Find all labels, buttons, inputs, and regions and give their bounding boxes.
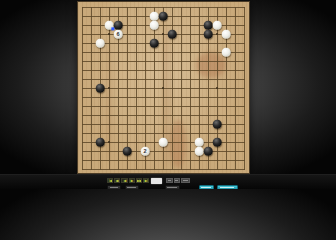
stone-black <box>204 21 213 30</box>
stone-white <box>195 147 204 156</box>
stone-white <box>150 21 159 30</box>
toolbar-chip-1[interactable] <box>166 178 173 183</box>
bar-button-3[interactable] <box>165 185 180 190</box>
bar-button-1[interactable] <box>107 185 121 190</box>
move-number-label: 2 <box>141 147 150 156</box>
bar-button-2[interactable] <box>125 185 139 190</box>
stone-white <box>159 138 168 147</box>
stone-white: 2 <box>141 147 150 156</box>
nav-first-button[interactable]: |◀ <box>107 178 113 183</box>
toolbar-chip-3[interactable] <box>181 178 190 183</box>
stone-white: 6 <box>114 30 123 39</box>
stone-white <box>222 30 231 39</box>
active-move-box[interactable] <box>151 178 162 184</box>
go-board[interactable]: 62 <box>77 1 250 174</box>
stone-black <box>123 147 132 156</box>
stone-black <box>168 30 177 39</box>
nav-last-button[interactable]: ▶| <box>143 178 149 183</box>
stone-white <box>213 21 222 30</box>
nav-forward-10-button[interactable]: ▶▶ <box>136 178 142 183</box>
move-number-label: 6 <box>114 30 123 39</box>
stone-black <box>150 39 159 48</box>
stone-black <box>96 84 105 93</box>
nav-back-10-button[interactable]: ◀◀ <box>114 178 120 183</box>
teal-button-1[interactable] <box>199 185 214 190</box>
stone-black <box>213 138 222 147</box>
stone-black <box>204 147 213 156</box>
stone-black <box>114 21 123 30</box>
teal-button-2[interactable] <box>217 185 238 190</box>
stone-black <box>96 138 105 147</box>
stone-white <box>195 138 204 147</box>
stone-black <box>204 30 213 39</box>
control-bar: |◀◀◀◀▶▶▶▶| <box>0 174 336 189</box>
stone-white <box>96 39 105 48</box>
stone-white <box>222 48 231 57</box>
stone-black <box>159 12 168 21</box>
nav-back-button[interactable]: ◀ <box>121 178 127 183</box>
stone-black <box>213 120 222 129</box>
stone-white <box>150 12 159 21</box>
toolbar-chip-2[interactable] <box>174 178 181 183</box>
nav-forward-button[interactable]: ▶ <box>129 178 135 183</box>
current-move-cursor <box>111 27 114 30</box>
